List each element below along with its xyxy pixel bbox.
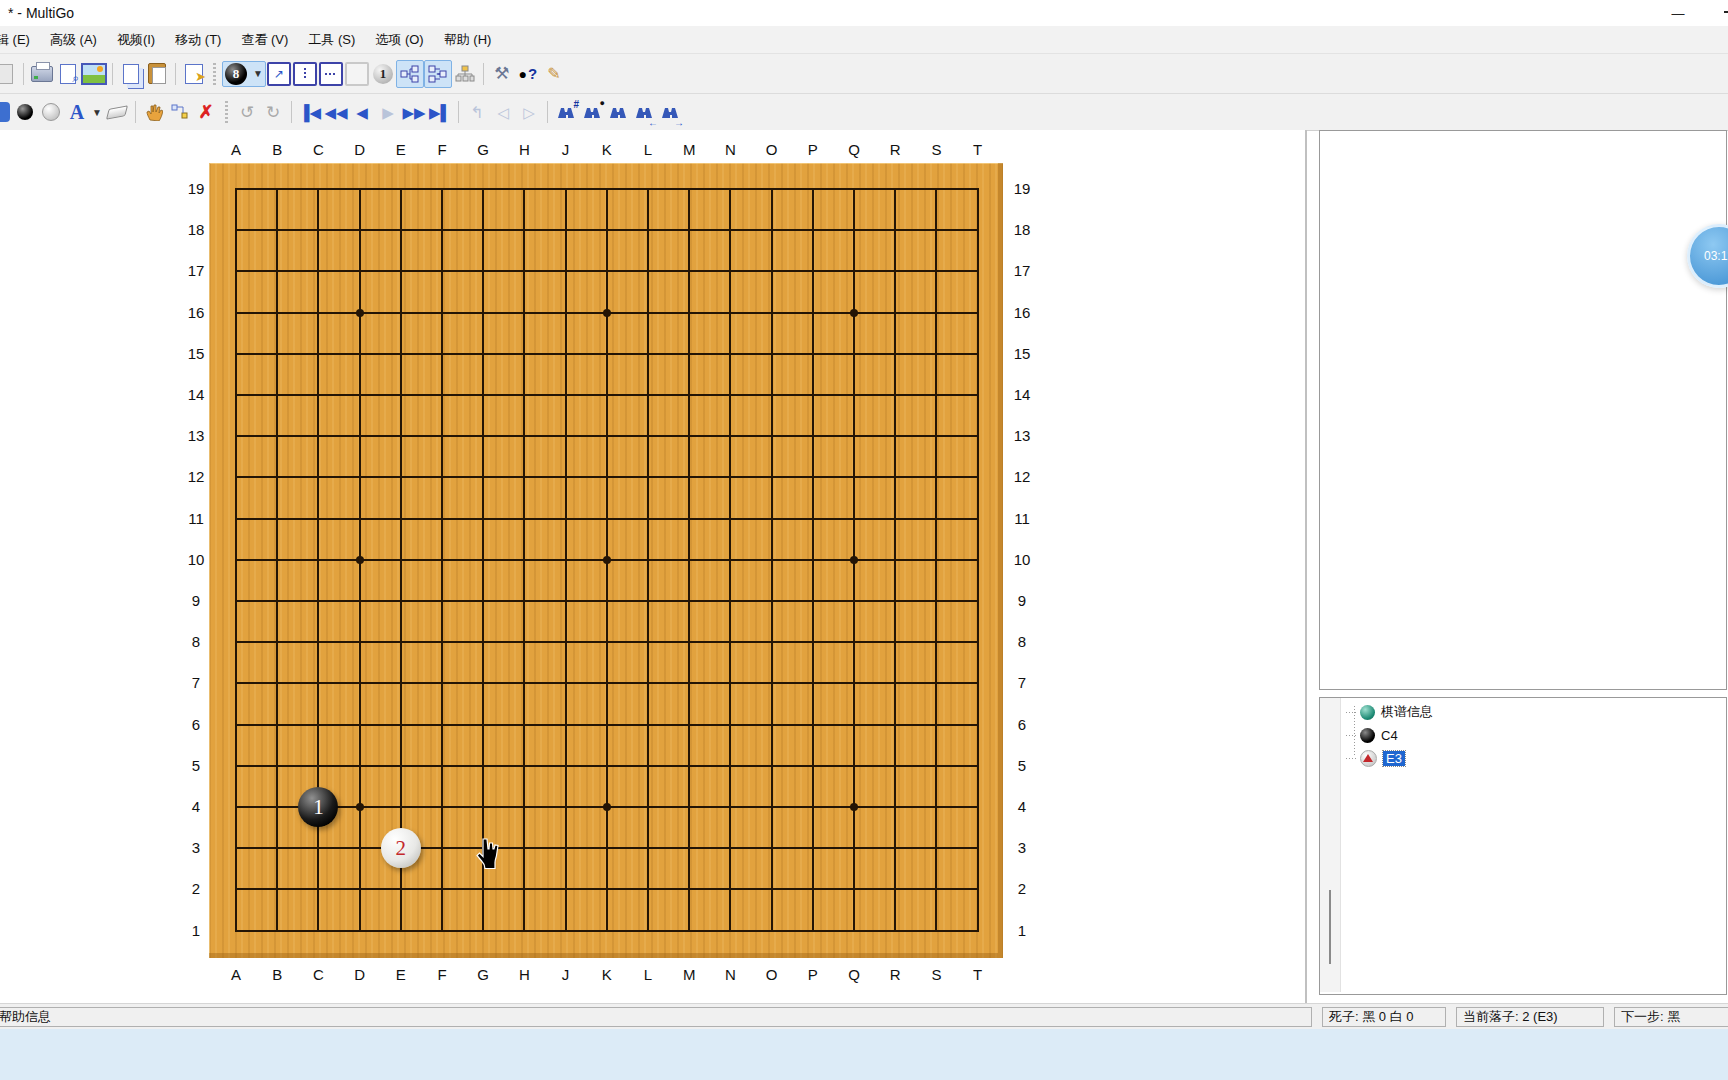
redo-icon[interactable]: ↻ xyxy=(260,99,286,125)
insert-node-icon[interactable] xyxy=(167,99,193,125)
screen: { "game": "go", "position": { "board_siz… xyxy=(0,0,1728,1080)
title-bar: * - MultiGo — xyxy=(0,0,1728,26)
separator xyxy=(483,63,484,85)
tree-prev-variation-icon[interactable]: ◁ xyxy=(490,99,516,125)
tree-scrollbar-thumb[interactable] xyxy=(1329,890,1331,964)
separator xyxy=(547,101,548,123)
comment-panel[interactable] xyxy=(1319,130,1727,690)
show-move-one-icon[interactable]: 1 xyxy=(370,61,396,87)
menu-advanced[interactable]: 高级 (A) xyxy=(40,27,107,53)
variation-tree-a-icon[interactable] xyxy=(396,60,424,88)
toolbar-grip xyxy=(225,101,228,123)
game-tree-panel[interactable]: 棋谱信息 C4 E3 xyxy=(1319,697,1727,995)
menu-options[interactable]: 选项 (O) xyxy=(365,27,433,53)
board-view xyxy=(0,130,1306,1003)
black-move-node-icon xyxy=(1360,728,1375,743)
find-icon[interactable] xyxy=(605,99,631,125)
white-stone-mode-icon[interactable] xyxy=(38,99,64,125)
paste-icon[interactable] xyxy=(144,61,170,87)
partial-icon[interactable] xyxy=(0,102,10,122)
tree-next-variation-icon[interactable]: ▷ xyxy=(516,99,542,125)
root-node-icon xyxy=(1360,705,1375,720)
separator xyxy=(112,63,113,85)
tree-item-root[interactable]: 棋谱信息 xyxy=(1346,702,1433,722)
menu-video[interactable]: 视频(I) xyxy=(107,27,165,53)
status-current-move: 当前落子: 2 (E3) xyxy=(1456,1007,1604,1027)
image-icon[interactable] xyxy=(81,61,107,87)
eraser-icon[interactable] xyxy=(104,99,130,125)
undo-icon[interactable]: ↺ xyxy=(234,99,260,125)
timer-text: 03:12 xyxy=(1704,249,1728,263)
maximize-button-partial[interactable] xyxy=(1724,11,1728,13)
jump-marker-icon[interactable]: ↗ xyxy=(266,61,292,87)
copy-icon[interactable] xyxy=(118,61,144,87)
guess-mode-icon[interactable]: ●? xyxy=(515,61,541,87)
variation-tree-b-icon[interactable] xyxy=(424,60,452,88)
go-back-icon[interactable]: ◀ xyxy=(349,99,375,125)
go-last-icon[interactable]: ▶▌ xyxy=(427,99,453,125)
go-forward-fast-icon[interactable]: ▶▶ xyxy=(401,99,427,125)
vertical-bar-marker-icon[interactable] xyxy=(292,61,318,87)
tree-item-move1[interactable]: C4 xyxy=(1346,725,1398,745)
separator xyxy=(291,101,292,123)
taskbar: ^ 中 五 2022 xyxy=(0,1029,1728,1080)
tree-scrollbar[interactable] xyxy=(1320,698,1341,992)
toolbar-main: ⌕ ➤ 8 ▼ ↗ 1 ⚒ ●? ✎ xyxy=(0,54,1728,94)
go-board[interactable] xyxy=(209,163,1003,958)
menu-bar: 辑 (E) 高级 (A) 视频(I) 移动 (T) 查看 (V) 工具 (S) … xyxy=(0,26,1728,54)
print-icon[interactable] xyxy=(29,61,55,87)
delete-node-icon[interactable]: ✗ xyxy=(193,99,219,125)
hand-cursor-icon xyxy=(474,838,500,872)
window-title: * - MultiGo xyxy=(8,5,74,21)
go-back-fast-icon[interactable]: ◀◀ xyxy=(323,99,349,125)
org-tree-icon[interactable] xyxy=(452,61,478,87)
black-stone-mode-icon[interactable] xyxy=(12,99,38,125)
tree-item-label-selected[interactable]: E3 xyxy=(1383,751,1405,766)
properties-icon[interactable]: ➤ xyxy=(181,61,207,87)
menu-view[interactable]: 查看 (V) xyxy=(231,27,298,53)
separator xyxy=(175,63,176,85)
brush-icon[interactable]: ✎ xyxy=(541,61,567,87)
label-mode-icon[interactable]: A xyxy=(64,99,90,125)
tree-item-move2[interactable]: E3 xyxy=(1346,748,1405,768)
tools-icon[interactable]: ⚒ xyxy=(489,61,515,87)
status-captures: 死子: 黑 0 白 0 xyxy=(1322,1007,1446,1027)
new-icon[interactable] xyxy=(0,61,18,87)
print-preview-icon[interactable]: ⌕ xyxy=(55,61,81,87)
menu-edit[interactable]: 辑 (E) xyxy=(0,27,40,53)
find-move-number-icon[interactable]: # xyxy=(553,99,579,125)
status-next-move: 下一步: 黑 xyxy=(1614,1007,1728,1027)
minimize-button[interactable]: — xyxy=(1655,0,1701,26)
empty-marker-icon[interactable] xyxy=(344,61,370,87)
dropdown-caret-icon[interactable]: ▼ xyxy=(253,68,263,79)
menu-tools[interactable]: 工具 (S) xyxy=(298,27,365,53)
status-bar: 帮助信息 死子: 黑 0 白 0 当前落子: 2 (E3) 下一步: 黑 xyxy=(0,1003,1728,1030)
go-forward-icon[interactable]: ▶ xyxy=(375,99,401,125)
tree-up-icon[interactable]: ↰ xyxy=(464,99,490,125)
tree-item-label[interactable]: 棋谱信息 xyxy=(1381,703,1433,721)
find-stone-icon[interactable]: ● xyxy=(579,99,605,125)
separator xyxy=(458,101,459,123)
go-first-icon[interactable]: ▐◀ xyxy=(297,99,323,125)
separator xyxy=(23,63,24,85)
label-dropdown-icon[interactable]: ▼ xyxy=(90,99,104,125)
tree-item-label[interactable]: C4 xyxy=(1381,728,1398,743)
menu-help[interactable]: 帮助 (H) xyxy=(434,27,502,53)
eight-ball-icon: 8 xyxy=(225,63,247,85)
separator xyxy=(135,101,136,123)
find-prev-icon[interactable]: ← xyxy=(631,99,657,125)
toolbar-grip xyxy=(213,63,216,85)
pan-hand-icon[interactable] xyxy=(141,99,167,125)
dashed-marker-icon[interactable] xyxy=(318,61,344,87)
menu-move[interactable]: 移动 (T) xyxy=(165,27,231,53)
status-help: 帮助信息 xyxy=(0,1007,1312,1027)
white-move-current-node-icon xyxy=(1360,750,1377,767)
find-next-icon[interactable]: → xyxy=(657,99,683,125)
move-number-toggle[interactable]: 8 ▼ xyxy=(222,61,266,87)
panel-splitter[interactable] xyxy=(1305,130,1307,1003)
toolbar-edit: A ▼ ✗ ↺ ↻ ▐◀ ◀◀ ◀ ▶ ▶▶ ▶▌ ↰ ◁ ▷ # ● ← → xyxy=(0,94,1728,131)
